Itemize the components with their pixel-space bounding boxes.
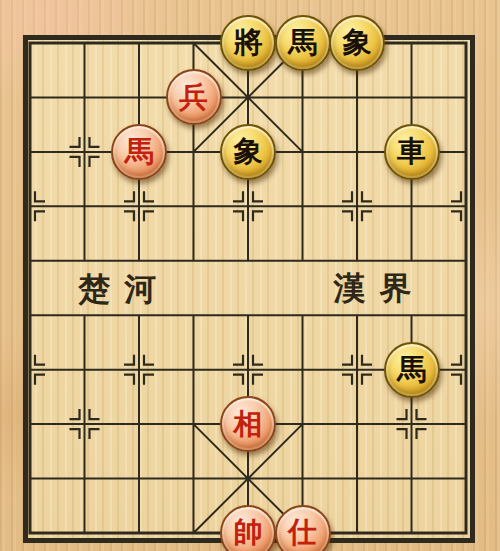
piece-black-horse-1[interactable]: 馬 [275, 15, 331, 71]
piece-red-horse[interactable]: 馬 [111, 124, 167, 180]
xiangqi-board-screenshot: 楚河 漢界 將馬象兵馬象車馬相帥仕 [0, 0, 500, 551]
piece-red-soldier[interactable]: 兵 [166, 69, 222, 125]
piece-red-general[interactable]: 帥 [220, 505, 276, 551]
piece-black-elephant-2[interactable]: 象 [220, 124, 276, 180]
piece-red-advisor[interactable]: 仕 [275, 505, 331, 551]
piece-black-elephant-1[interactable]: 象 [329, 15, 385, 71]
piece-black-chariot[interactable]: 車 [384, 124, 440, 180]
piece-red-elephant[interactable]: 相 [220, 396, 276, 452]
piece-black-general[interactable]: 將 [220, 15, 276, 71]
piece-black-horse-2[interactable]: 馬 [384, 342, 440, 398]
board[interactable]: 將馬象兵馬象車馬相帥仕 [3, 16, 494, 551]
